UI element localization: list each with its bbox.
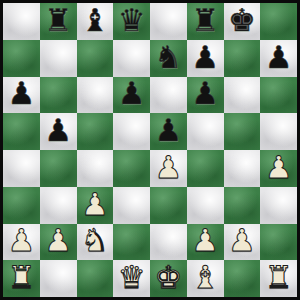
square-a4[interactable] — [3, 150, 40, 187]
black-bishop[interactable]: ♝ — [81, 5, 109, 36]
square-c5[interactable] — [77, 113, 114, 150]
square-b5[interactable]: ♟ — [40, 113, 77, 150]
black-pawn[interactable]: ♟ — [191, 42, 219, 73]
square-e8[interactable] — [150, 3, 187, 40]
square-g3[interactable] — [224, 187, 261, 224]
square-a1[interactable]: ♜ — [3, 260, 40, 297]
white-pawn[interactable]: ♟ — [7, 225, 35, 256]
square-f7[interactable]: ♟ — [187, 40, 224, 77]
square-g8[interactable]: ♚ — [224, 3, 261, 40]
square-c7[interactable] — [77, 40, 114, 77]
black-pawn[interactable]: ♟ — [191, 78, 219, 109]
square-h2[interactable] — [260, 224, 297, 261]
square-g6[interactable] — [224, 77, 261, 114]
square-a8[interactable] — [3, 3, 40, 40]
white-king[interactable]: ♚ — [154, 262, 182, 293]
square-b1[interactable] — [40, 260, 77, 297]
square-b6[interactable] — [40, 77, 77, 114]
square-c8[interactable]: ♝ — [77, 3, 114, 40]
black-king[interactable]: ♚ — [228, 5, 256, 36]
chess-board-frame: ♜♝♛♜♚♞♟♟♟♟♟♟♟♟♟♟♟♟♞♟♟♜♛♚♝♜ — [0, 0, 300, 300]
black-rook[interactable]: ♜ — [191, 5, 219, 36]
square-h3[interactable] — [260, 187, 297, 224]
square-b3[interactable] — [40, 187, 77, 224]
square-h8[interactable] — [260, 3, 297, 40]
white-pawn[interactable]: ♟ — [81, 189, 109, 220]
square-f4[interactable] — [187, 150, 224, 187]
white-pawn[interactable]: ♟ — [154, 152, 182, 183]
square-b4[interactable] — [40, 150, 77, 187]
square-c2[interactable]: ♞ — [77, 224, 114, 261]
square-b2[interactable]: ♟ — [40, 224, 77, 261]
square-b8[interactable]: ♜ — [40, 3, 77, 40]
black-pawn[interactable]: ♟ — [154, 115, 182, 146]
square-a7[interactable] — [3, 40, 40, 77]
white-pawn[interactable]: ♟ — [191, 225, 219, 256]
square-e7[interactable]: ♞ — [150, 40, 187, 77]
black-queen[interactable]: ♛ — [118, 5, 146, 36]
square-g2[interactable]: ♟ — [224, 224, 261, 261]
square-d7[interactable] — [113, 40, 150, 77]
black-pawn[interactable]: ♟ — [265, 42, 293, 73]
black-knight[interactable]: ♞ — [154, 42, 182, 73]
square-h7[interactable]: ♟ — [260, 40, 297, 77]
square-h6[interactable] — [260, 77, 297, 114]
chess-board: ♜♝♛♜♚♞♟♟♟♟♟♟♟♟♟♟♟♟♞♟♟♜♛♚♝♜ — [3, 3, 297, 297]
square-f3[interactable] — [187, 187, 224, 224]
square-h1[interactable]: ♜ — [260, 260, 297, 297]
square-e6[interactable] — [150, 77, 187, 114]
square-f6[interactable]: ♟ — [187, 77, 224, 114]
square-g1[interactable] — [224, 260, 261, 297]
white-bishop[interactable]: ♝ — [191, 262, 219, 293]
square-d2[interactable] — [113, 224, 150, 261]
black-pawn[interactable]: ♟ — [118, 78, 146, 109]
square-a5[interactable] — [3, 113, 40, 150]
square-b7[interactable] — [40, 40, 77, 77]
square-e2[interactable] — [150, 224, 187, 261]
white-rook[interactable]: ♜ — [265, 262, 293, 293]
square-c6[interactable] — [77, 77, 114, 114]
square-f8[interactable]: ♜ — [187, 3, 224, 40]
square-c1[interactable] — [77, 260, 114, 297]
square-a3[interactable] — [3, 187, 40, 224]
black-pawn[interactable]: ♟ — [44, 115, 72, 146]
square-a6[interactable]: ♟ — [3, 77, 40, 114]
square-d4[interactable] — [113, 150, 150, 187]
square-f1[interactable]: ♝ — [187, 260, 224, 297]
square-d1[interactable]: ♛ — [113, 260, 150, 297]
square-c3[interactable]: ♟ — [77, 187, 114, 224]
square-h5[interactable] — [260, 113, 297, 150]
white-pawn[interactable]: ♟ — [44, 225, 72, 256]
square-g7[interactable] — [224, 40, 261, 77]
square-e3[interactable] — [150, 187, 187, 224]
square-g5[interactable] — [224, 113, 261, 150]
square-e1[interactable]: ♚ — [150, 260, 187, 297]
white-pawn[interactable]: ♟ — [265, 152, 293, 183]
white-knight[interactable]: ♞ — [81, 225, 109, 256]
white-pawn[interactable]: ♟ — [228, 225, 256, 256]
square-g4[interactable] — [224, 150, 261, 187]
square-a2[interactable]: ♟ — [3, 224, 40, 261]
square-c4[interactable] — [77, 150, 114, 187]
square-e4[interactable]: ♟ — [150, 150, 187, 187]
white-queen[interactable]: ♛ — [118, 262, 146, 293]
square-e5[interactable]: ♟ — [150, 113, 187, 150]
square-d3[interactable] — [113, 187, 150, 224]
square-d8[interactable]: ♛ — [113, 3, 150, 40]
square-h4[interactable]: ♟ — [260, 150, 297, 187]
square-d5[interactable] — [113, 113, 150, 150]
black-pawn[interactable]: ♟ — [7, 78, 35, 109]
square-f5[interactable] — [187, 113, 224, 150]
square-d6[interactable]: ♟ — [113, 77, 150, 114]
square-f2[interactable]: ♟ — [187, 224, 224, 261]
white-rook[interactable]: ♜ — [7, 262, 35, 293]
black-rook[interactable]: ♜ — [44, 5, 72, 36]
